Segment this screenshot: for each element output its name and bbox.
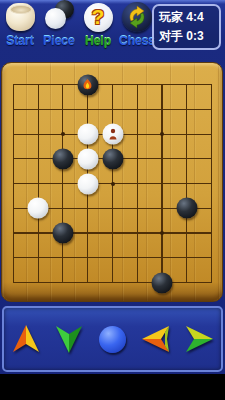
black-stone bbox=[53, 223, 74, 244]
right-arrow-icon bbox=[184, 324, 214, 354]
left-arrow-icon bbox=[141, 324, 171, 354]
white-stone bbox=[77, 124, 98, 145]
ball-button[interactable] bbox=[95, 322, 129, 356]
flame-icon bbox=[82, 78, 94, 91]
top-toolbar: Start Piece ? Help Chess bbox=[0, 0, 225, 58]
stone-bowl-icon bbox=[4, 0, 36, 34]
help-question-icon: ? bbox=[82, 0, 114, 34]
white-stone bbox=[77, 148, 98, 169]
white-stone bbox=[28, 198, 49, 219]
star-point bbox=[160, 231, 164, 235]
help-button[interactable]: ? Help bbox=[79, 0, 117, 56]
chess-button-label: Chess bbox=[119, 34, 155, 48]
white-stone bbox=[77, 173, 98, 194]
down-button[interactable] bbox=[52, 322, 86, 356]
screen-letterbox bbox=[0, 374, 225, 400]
chess-button[interactable]: Chess bbox=[118, 0, 156, 56]
help-button-label: Help bbox=[85, 34, 111, 48]
go-stones-icon bbox=[43, 0, 75, 34]
blue-ball-icon bbox=[99, 326, 126, 353]
start-button[interactable]: Start bbox=[1, 0, 39, 56]
opponent-score: 对手 0:3 bbox=[159, 27, 219, 46]
piece-button[interactable]: Piece bbox=[40, 0, 78, 56]
black-stone bbox=[152, 272, 173, 293]
left-button[interactable] bbox=[139, 322, 173, 356]
up-arrow-icon bbox=[11, 324, 41, 354]
black-stone bbox=[176, 198, 197, 219]
black-stone bbox=[102, 148, 123, 169]
player-score: 玩家 4:4 bbox=[159, 8, 219, 27]
start-button-label: Start bbox=[6, 34, 33, 48]
bottom-toolbar bbox=[2, 306, 223, 372]
star-point bbox=[111, 182, 115, 186]
black-stone bbox=[77, 74, 98, 95]
app-screen: Start Piece ? Help Chess bbox=[0, 0, 225, 400]
restart-arrows-icon bbox=[121, 0, 153, 34]
figure-icon bbox=[108, 128, 117, 140]
white-stone bbox=[102, 124, 123, 145]
score-panel: 玩家 4:4 对手 0:3 bbox=[152, 4, 221, 50]
star-point bbox=[160, 132, 164, 136]
down-arrow-icon bbox=[54, 324, 84, 354]
star-point bbox=[61, 132, 65, 136]
black-stone bbox=[53, 148, 74, 169]
board-grid[interactable] bbox=[13, 84, 212, 283]
go-board bbox=[1, 62, 223, 302]
up-button[interactable] bbox=[9, 322, 43, 356]
right-button[interactable] bbox=[182, 322, 216, 356]
piece-button-label: Piece bbox=[43, 34, 74, 48]
